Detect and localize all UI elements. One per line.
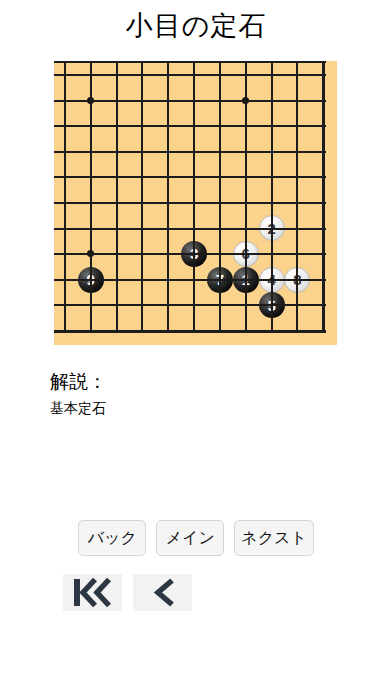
grid-line-vertical: [245, 62, 247, 333]
nav-button-row: バック メイン ネクスト: [0, 520, 392, 556]
explanation-label: 解説：: [50, 369, 107, 395]
back-button[interactable]: バック: [78, 520, 146, 556]
grid-line-horizontal: [54, 176, 326, 178]
previous-icon: [150, 578, 176, 607]
main-button[interactable]: メイン: [156, 520, 224, 556]
grid-line-horizontal: [54, 304, 326, 306]
grid-line-vertical: [271, 62, 273, 333]
grid-line-vertical: [219, 62, 221, 333]
grid-line-vertical: [193, 62, 195, 333]
skip-to-start-button[interactable]: [63, 574, 122, 611]
grid-line-horizontal: [54, 125, 326, 127]
grid-line-horizontal: [54, 330, 326, 333]
explanation-text: 基本定石: [50, 400, 106, 418]
grid-line-vertical: [296, 62, 298, 333]
page-title: 小目の定石: [0, 8, 392, 44]
grid-line-vertical: [64, 62, 66, 333]
grid-line-horizontal: [54, 228, 326, 230]
previous-button[interactable]: [133, 574, 192, 611]
grid-line-horizontal: [54, 61, 326, 63]
grid-line-horizontal: [54, 100, 326, 102]
grid-line-vertical: [167, 62, 169, 333]
grid-line-vertical: [141, 62, 143, 333]
grid-line-horizontal: [54, 74, 326, 76]
grid-line-vertical: [116, 62, 118, 333]
grid-line-horizontal: [54, 253, 326, 255]
go-board: 123456789: [54, 61, 337, 345]
grid-line-horizontal: [54, 202, 326, 204]
grid-line-horizontal: [54, 279, 326, 281]
skip-to-start-icon: [71, 577, 115, 608]
grid-line-horizontal: [54, 151, 326, 153]
grid-line-vertical: [322, 62, 325, 333]
grid-line-vertical: [90, 62, 92, 333]
arrow-button-row: [63, 574, 192, 611]
next-button[interactable]: ネクスト: [234, 520, 314, 556]
